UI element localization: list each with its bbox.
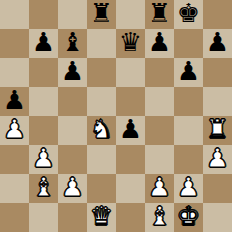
square-e4[interactable]: ♟ [116,116,145,145]
piece-black-king[interactable]: ♚ [177,0,200,28]
square-h2[interactable] [203,174,232,203]
square-e6[interactable] [116,58,145,87]
square-d4[interactable]: ♞ [87,116,116,145]
square-e7[interactable]: ♛ [116,29,145,58]
square-c2[interactable]: ♟ [58,174,87,203]
piece-white-pawn[interactable]: ♟ [61,174,84,202]
piece-white-pawn[interactable]: ♟ [206,145,229,173]
square-f3[interactable] [145,145,174,174]
square-g6[interactable]: ♟ [174,58,203,87]
piece-black-queen[interactable]: ♛ [119,29,142,57]
square-h5[interactable] [203,87,232,116]
square-g7[interactable] [174,29,203,58]
square-g5[interactable] [174,87,203,116]
square-b3[interactable]: ♟ [29,145,58,174]
square-b4[interactable] [29,116,58,145]
square-a4[interactable]: ♟ [0,116,29,145]
square-f1[interactable]: ♝ [145,203,174,232]
square-a3[interactable] [0,145,29,174]
square-h7[interactable]: ♟ [203,29,232,58]
square-c8[interactable] [58,0,87,29]
square-h1[interactable] [203,203,232,232]
piece-black-pawn[interactable]: ♟ [3,87,26,115]
square-e5[interactable] [116,87,145,116]
square-c3[interactable] [58,145,87,174]
piece-black-pawn[interactable]: ♟ [32,29,55,57]
square-e8[interactable] [116,0,145,29]
square-e3[interactable] [116,145,145,174]
square-g4[interactable] [174,116,203,145]
square-a5[interactable]: ♟ [0,87,29,116]
square-a6[interactable] [0,58,29,87]
square-g8[interactable]: ♚ [174,0,203,29]
square-f7[interactable]: ♟ [145,29,174,58]
square-b2[interactable]: ♝ [29,174,58,203]
piece-black-pawn[interactable]: ♟ [206,29,229,57]
piece-black-pawn[interactable]: ♟ [61,58,84,86]
square-b8[interactable] [29,0,58,29]
square-b5[interactable] [29,87,58,116]
square-f4[interactable] [145,116,174,145]
square-d7[interactable] [87,29,116,58]
piece-white-king[interactable]: ♚ [177,203,200,231]
piece-white-pawn[interactable]: ♟ [177,174,200,202]
piece-white-queen[interactable]: ♛ [90,203,113,231]
square-c6[interactable]: ♟ [58,58,87,87]
square-d1[interactable]: ♛ [87,203,116,232]
square-f2[interactable]: ♟ [145,174,174,203]
square-a1[interactable] [0,203,29,232]
piece-white-bishop[interactable]: ♝ [148,203,171,231]
piece-white-pawn[interactable]: ♟ [3,116,26,144]
piece-white-bishop[interactable]: ♝ [32,174,55,202]
square-d5[interactable] [87,87,116,116]
square-c1[interactable] [58,203,87,232]
piece-white-rook[interactable]: ♜ [206,116,229,144]
square-g2[interactable]: ♟ [174,174,203,203]
square-a7[interactable] [0,29,29,58]
chess-board: ♜♜♚♟♝♛♟♟♟♟♟♟♞♟♜♟♟♝♟♟♟♛♝♚ [0,0,232,232]
square-d8[interactable]: ♜ [87,0,116,29]
square-f6[interactable] [145,58,174,87]
piece-black-rook[interactable]: ♜ [148,0,171,28]
square-h4[interactable]: ♜ [203,116,232,145]
square-h8[interactable] [203,0,232,29]
square-f8[interactable]: ♜ [145,0,174,29]
square-h3[interactable]: ♟ [203,145,232,174]
square-e2[interactable] [116,174,145,203]
piece-black-bishop[interactable]: ♝ [61,29,84,57]
piece-black-pawn[interactable]: ♟ [148,29,171,57]
square-d2[interactable] [87,174,116,203]
square-a2[interactable] [0,174,29,203]
piece-black-pawn[interactable]: ♟ [119,116,142,144]
square-e1[interactable] [116,203,145,232]
square-g3[interactable] [174,145,203,174]
square-h6[interactable] [203,58,232,87]
piece-white-pawn[interactable]: ♟ [148,174,171,202]
piece-black-pawn[interactable]: ♟ [177,58,200,86]
piece-black-rook[interactable]: ♜ [90,0,113,28]
square-d6[interactable] [87,58,116,87]
square-b7[interactable]: ♟ [29,29,58,58]
square-f5[interactable] [145,87,174,116]
square-b6[interactable] [29,58,58,87]
square-b1[interactable] [29,203,58,232]
square-c7[interactable]: ♝ [58,29,87,58]
square-g1[interactable]: ♚ [174,203,203,232]
piece-white-pawn[interactable]: ♟ [32,145,55,173]
piece-white-knight[interactable]: ♞ [90,116,113,144]
square-a8[interactable] [0,0,29,29]
square-d3[interactable] [87,145,116,174]
square-c4[interactable] [58,116,87,145]
square-c5[interactable] [58,87,87,116]
